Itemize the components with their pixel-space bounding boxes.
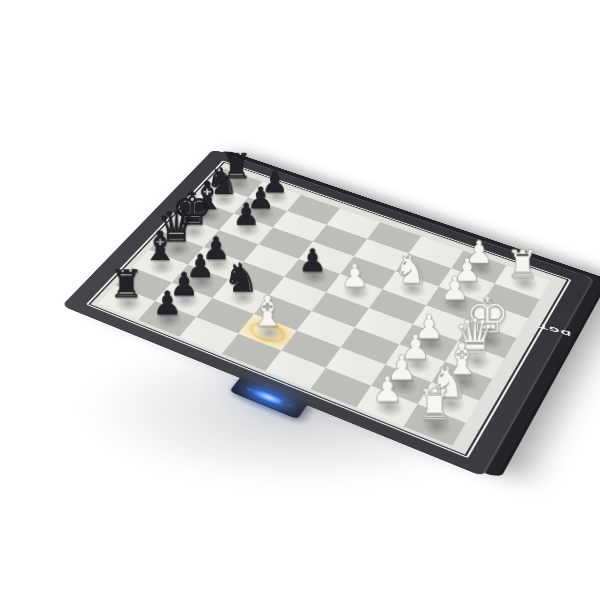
product-photo-scene: ♜♝♛♚♝♞♜♟♟♟♟♟♟♟♞♝♟♟♞♟♟♟♟♟♟♟♜♞♝♛♚♜ DGT (0, 0, 600, 600)
white-bishop[interactable]: ♝ (235, 266, 301, 332)
square-a1[interactable]: ♜ (404, 404, 466, 446)
white-rook[interactable]: ♜ (399, 354, 470, 425)
module-slot-icon (280, 401, 292, 407)
white-pawn[interactable]: ♟ (323, 227, 387, 291)
black-pawn[interactable]: ♟ (135, 253, 200, 318)
module-slot-icon (246, 388, 258, 394)
